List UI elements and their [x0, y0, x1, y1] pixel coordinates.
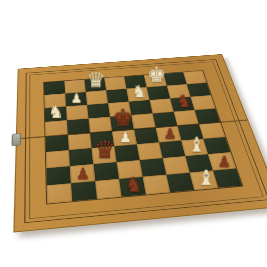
square-e4[interactable] [134, 127, 159, 144]
piece-wP-b7[interactable]: ♟ [70, 91, 82, 104]
square-c1[interactable] [95, 178, 121, 198]
square-e7[interactable]: ♞ [126, 87, 149, 101]
piece-wQ-c8[interactable]: ♛ [86, 69, 105, 90]
square-d8[interactable] [104, 76, 126, 90]
square-b7[interactable]: ♟ [65, 91, 87, 106]
square-h3[interactable] [203, 136, 230, 153]
square-h8[interactable] [183, 70, 206, 83]
piece-wB-g3[interactable]: ♝ [187, 134, 205, 154]
square-a6[interactable]: ♞ [44, 106, 66, 121]
piece-bP-f4[interactable]: ♟ [163, 126, 176, 140]
square-b4[interactable] [67, 132, 91, 149]
square-a2[interactable] [46, 166, 71, 185]
board-perspective-wrapper: ♛♚♟♞♞♞♚♟♟♛♝♟♟♞♝ [14, 54, 267, 231]
square-a1[interactable] [46, 183, 71, 203]
square-b1[interactable] [70, 181, 96, 201]
piece-wK-f8[interactable]: ♚ [147, 64, 166, 85]
brass-clasp [11, 133, 21, 146]
square-a4[interactable] [45, 134, 68, 151]
square-g6[interactable]: ♞ [170, 96, 194, 111]
square-f7[interactable] [146, 85, 169, 99]
square-e5[interactable] [131, 113, 155, 129]
square-d3[interactable] [114, 144, 139, 162]
square-a5[interactable] [45, 120, 68, 136]
square-d1[interactable]: ♞ [118, 176, 145, 196]
square-b3[interactable] [68, 148, 92, 166]
chess-board[interactable]: ♛♚♟♞♞♞♚♟♟♛♝♟♟♞♝ [44, 70, 242, 203]
square-e2[interactable] [139, 158, 166, 177]
square-e3[interactable] [136, 142, 162, 160]
square-h5[interactable] [194, 108, 220, 124]
piece-wP-d4[interactable]: ♟ [118, 130, 131, 144]
square-a3[interactable] [45, 150, 69, 168]
square-b5[interactable] [66, 118, 89, 134]
piece-bP-b2[interactable]: ♟ [76, 165, 90, 180]
square-d7[interactable] [106, 88, 129, 102]
square-f1[interactable] [166, 172, 194, 192]
piece-bQ-c3[interactable]: ♛ [93, 137, 115, 161]
square-f8[interactable]: ♚ [144, 73, 167, 87]
square-c3[interactable]: ♛ [91, 146, 116, 164]
square-c5[interactable] [88, 116, 112, 132]
square-f4[interactable]: ♟ [155, 125, 181, 142]
square-f6[interactable] [149, 98, 173, 113]
square-c6[interactable] [87, 103, 110, 118]
square-c2[interactable] [93, 162, 119, 181]
square-c8[interactable]: ♛ [84, 78, 106, 92]
square-c7[interactable] [85, 90, 107, 105]
piece-bP-h2[interactable]: ♟ [217, 153, 230, 168]
square-b2[interactable]: ♟ [69, 164, 94, 183]
square-e1[interactable] [142, 174, 170, 194]
piece-bN-g6[interactable]: ♞ [176, 92, 192, 109]
piece-bN-d1[interactable]: ♞ [124, 174, 142, 194]
square-h6[interactable] [190, 95, 215, 110]
piece-bK-d5[interactable]: ♚ [112, 106, 133, 129]
square-b6[interactable] [66, 104, 89, 119]
piece-wN-a6[interactable]: ♞ [48, 102, 64, 120]
piece-wB-g1[interactable]: ♝ [196, 167, 215, 188]
square-g1[interactable]: ♝ [189, 170, 218, 189]
square-a8[interactable] [44, 81, 65, 95]
piece-wN-e7[interactable]: ♞ [131, 83, 146, 100]
square-h1[interactable] [212, 168, 241, 187]
chess-case-frame: ♛♚♟♞♞♞♚♟♟♛♝♟♟♞♝ [14, 54, 267, 231]
product-photo-scene: ♛♚♟♞♞♞♚♟♟♛♝♟♟♞♝ [0, 0, 267, 267]
